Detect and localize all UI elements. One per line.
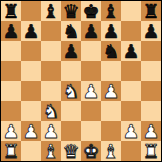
square-f1[interactable]: ♝ <box>101 141 121 161</box>
square-g8[interactable] <box>121 1 141 21</box>
piece-black-pawn[interactable]: ♟ <box>2 21 19 41</box>
square-e6[interactable] <box>81 41 101 61</box>
piece-white-knight[interactable]: ♞ <box>62 81 79 101</box>
square-b6[interactable] <box>21 41 41 61</box>
square-a2[interactable]: ♟ <box>1 121 21 141</box>
square-b7[interactable]: ♟ <box>21 21 41 41</box>
square-a1[interactable]: ♜ <box>1 141 21 161</box>
square-h2[interactable]: ♟ <box>141 121 161 141</box>
square-h6[interactable] <box>141 41 161 61</box>
square-a5[interactable] <box>1 61 21 81</box>
piece-white-pawn[interactable]: ♟ <box>122 121 139 141</box>
square-b8[interactable] <box>21 1 41 21</box>
square-d2[interactable] <box>61 121 81 141</box>
piece-black-rook[interactable]: ♜ <box>2 1 19 21</box>
square-b2[interactable]: ♟ <box>21 121 41 141</box>
piece-white-pawn[interactable]: ♟ <box>42 121 59 141</box>
square-b3[interactable] <box>21 101 41 121</box>
square-g7[interactable] <box>121 21 141 41</box>
piece-black-pawn[interactable]: ♟ <box>102 21 119 41</box>
piece-white-king[interactable]: ♚ <box>82 141 99 161</box>
square-d6[interactable]: ♟ <box>61 41 81 61</box>
chess-board: ♜♝♛♚♝♜♟♟♞♟♟♟♟♞♟♞♟♟♞♟♟♟♟♟♜♝♛♚♝♜ <box>0 0 162 162</box>
piece-white-rook[interactable]: ♜ <box>2 141 19 161</box>
square-f4[interactable]: ♟ <box>101 81 121 101</box>
square-e1[interactable]: ♚ <box>81 141 101 161</box>
piece-black-bishop[interactable]: ♝ <box>42 1 59 21</box>
square-g2[interactable]: ♟ <box>121 121 141 141</box>
square-f8[interactable]: ♝ <box>101 1 121 21</box>
piece-white-pawn[interactable]: ♟ <box>102 81 119 101</box>
square-b1[interactable] <box>21 141 41 161</box>
piece-white-queen[interactable]: ♛ <box>62 141 79 161</box>
square-a4[interactable] <box>1 81 21 101</box>
square-g1[interactable] <box>121 141 141 161</box>
square-f2[interactable] <box>101 121 121 141</box>
square-a7[interactable]: ♟ <box>1 21 21 41</box>
piece-white-rook[interactable]: ♜ <box>142 141 159 161</box>
square-h5[interactable] <box>141 61 161 81</box>
piece-black-pawn[interactable]: ♟ <box>82 21 99 41</box>
square-a3[interactable] <box>1 101 21 121</box>
square-h1[interactable]: ♜ <box>141 141 161 161</box>
square-e4[interactable]: ♟ <box>81 81 101 101</box>
piece-black-king[interactable]: ♚ <box>82 1 99 21</box>
piece-black-pawn[interactable]: ♟ <box>22 21 39 41</box>
square-c3[interactable]: ♞ <box>41 101 61 121</box>
square-h3[interactable] <box>141 101 161 121</box>
square-b4[interactable] <box>21 81 41 101</box>
piece-white-bishop[interactable]: ♝ <box>102 141 119 161</box>
piece-black-pawn[interactable]: ♟ <box>122 41 139 61</box>
square-b5[interactable] <box>21 61 41 81</box>
square-d4[interactable]: ♞ <box>61 81 81 101</box>
square-g4[interactable] <box>121 81 141 101</box>
piece-black-knight[interactable]: ♞ <box>62 21 79 41</box>
square-e3[interactable] <box>81 101 101 121</box>
square-f7[interactable]: ♟ <box>101 21 121 41</box>
square-g6[interactable]: ♟ <box>121 41 141 61</box>
square-c8[interactable]: ♝ <box>41 1 61 21</box>
square-g5[interactable] <box>121 61 141 81</box>
square-c4[interactable] <box>41 81 61 101</box>
square-d1[interactable]: ♛ <box>61 141 81 161</box>
square-c5[interactable] <box>41 61 61 81</box>
piece-white-pawn[interactable]: ♟ <box>2 121 19 141</box>
piece-black-pawn[interactable]: ♟ <box>62 41 79 61</box>
piece-black-bishop[interactable]: ♝ <box>102 1 119 21</box>
square-c7[interactable] <box>41 21 61 41</box>
square-d7[interactable]: ♞ <box>61 21 81 41</box>
piece-black-queen[interactable]: ♛ <box>62 1 79 21</box>
square-h8[interactable]: ♜ <box>141 1 161 21</box>
square-h4[interactable] <box>141 81 161 101</box>
square-d5[interactable] <box>61 61 81 81</box>
piece-black-pawn[interactable]: ♟ <box>142 21 159 41</box>
piece-white-knight[interactable]: ♞ <box>42 101 59 121</box>
square-e7[interactable]: ♟ <box>81 21 101 41</box>
square-d3[interactable] <box>61 101 81 121</box>
square-d8[interactable]: ♛ <box>61 1 81 21</box>
square-f6[interactable]: ♞ <box>101 41 121 61</box>
square-a8[interactable]: ♜ <box>1 1 21 21</box>
piece-white-pawn[interactable]: ♟ <box>82 81 99 101</box>
square-e8[interactable]: ♚ <box>81 1 101 21</box>
square-e2[interactable] <box>81 121 101 141</box>
square-c2[interactable]: ♟ <box>41 121 61 141</box>
square-c6[interactable] <box>41 41 61 61</box>
piece-white-bishop[interactable]: ♝ <box>42 141 59 161</box>
piece-white-pawn[interactable]: ♟ <box>142 121 159 141</box>
square-a6[interactable] <box>1 41 21 61</box>
square-f3[interactable] <box>101 101 121 121</box>
square-g3[interactable] <box>121 101 141 121</box>
piece-black-rook[interactable]: ♜ <box>142 1 159 21</box>
square-f5[interactable] <box>101 61 121 81</box>
piece-white-pawn[interactable]: ♟ <box>22 121 39 141</box>
square-c1[interactable]: ♝ <box>41 141 61 161</box>
piece-black-knight[interactable]: ♞ <box>102 41 119 61</box>
square-h7[interactable]: ♟ <box>141 21 161 41</box>
square-e5[interactable] <box>81 61 101 81</box>
